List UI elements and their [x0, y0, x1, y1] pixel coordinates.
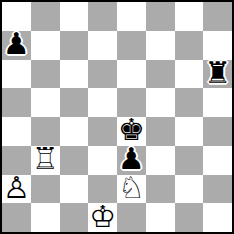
square-f8[interactable] [146, 2, 175, 31]
square-b1[interactable] [31, 203, 60, 232]
square-c5[interactable] [60, 88, 89, 117]
square-e2[interactable]: ♘ [117, 175, 146, 204]
square-h4[interactable] [203, 117, 232, 146]
square-h2[interactable] [203, 175, 232, 204]
square-b8[interactable] [31, 2, 60, 31]
square-b2[interactable] [31, 175, 60, 204]
piece-black-rook: ♜ [204, 58, 231, 88]
square-f5[interactable] [146, 88, 175, 117]
square-c6[interactable] [60, 60, 89, 89]
square-f7[interactable] [146, 31, 175, 60]
square-d6[interactable] [88, 60, 117, 89]
square-d3[interactable] [88, 146, 117, 175]
square-g8[interactable] [175, 2, 204, 31]
piece-white-pawn: ♙ [3, 173, 30, 203]
square-h8[interactable] [203, 2, 232, 31]
square-d4[interactable] [88, 117, 117, 146]
square-f2[interactable] [146, 175, 175, 204]
square-a1[interactable] [2, 203, 31, 232]
square-a2[interactable]: ♙ [2, 175, 31, 204]
square-c8[interactable] [60, 2, 89, 31]
square-b6[interactable] [31, 60, 60, 89]
square-g5[interactable] [175, 88, 204, 117]
square-g6[interactable] [175, 60, 204, 89]
square-d8[interactable] [88, 2, 117, 31]
chess-board-frame: ♟♜♚♖♟♙♘♔ [0, 0, 234, 234]
square-d7[interactable] [88, 31, 117, 60]
square-g7[interactable] [175, 31, 204, 60]
square-c3[interactable] [60, 146, 89, 175]
piece-white-knight: ♘ [118, 173, 145, 203]
square-f3[interactable] [146, 146, 175, 175]
square-g1[interactable] [175, 203, 204, 232]
square-a7[interactable]: ♟ [2, 31, 31, 60]
square-a6[interactable] [2, 60, 31, 89]
square-c4[interactable] [60, 117, 89, 146]
square-f4[interactable] [146, 117, 175, 146]
square-b5[interactable] [31, 88, 60, 117]
square-a5[interactable] [2, 88, 31, 117]
square-a4[interactable] [2, 117, 31, 146]
chess-board: ♟♜♚♖♟♙♘♔ [2, 2, 232, 232]
piece-black-pawn: ♟ [3, 29, 30, 59]
piece-white-king: ♔ [89, 202, 116, 232]
square-c7[interactable] [60, 31, 89, 60]
square-e1[interactable] [117, 203, 146, 232]
square-e8[interactable] [117, 2, 146, 31]
square-b7[interactable] [31, 31, 60, 60]
square-e6[interactable] [117, 60, 146, 89]
square-h1[interactable] [203, 203, 232, 232]
square-e7[interactable] [117, 31, 146, 60]
square-d5[interactable] [88, 88, 117, 117]
square-c2[interactable] [60, 175, 89, 204]
square-f1[interactable] [146, 203, 175, 232]
square-h3[interactable] [203, 146, 232, 175]
square-d1[interactable]: ♔ [88, 203, 117, 232]
square-g2[interactable] [175, 175, 204, 204]
square-h5[interactable] [203, 88, 232, 117]
square-b3[interactable]: ♖ [31, 146, 60, 175]
square-h6[interactable]: ♜ [203, 60, 232, 89]
square-f6[interactable] [146, 60, 175, 89]
square-c1[interactable] [60, 203, 89, 232]
square-g4[interactable] [175, 117, 204, 146]
piece-white-rook: ♖ [32, 144, 59, 174]
square-g3[interactable] [175, 146, 204, 175]
